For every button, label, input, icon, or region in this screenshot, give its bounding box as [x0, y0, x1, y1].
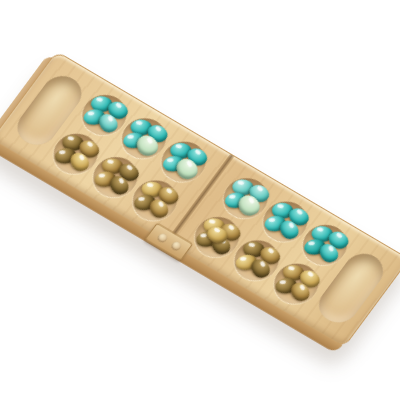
glint-highlight: [155, 126, 163, 133]
glint-highlight: [86, 141, 94, 148]
glint-highlight: [59, 150, 66, 154]
board-wrap: [0, 51, 400, 345]
glint-highlight: [127, 135, 134, 139]
hinge-pin-icon: [169, 240, 182, 252]
glint-highlight: [256, 185, 264, 192]
glint-highlight: [146, 137, 154, 145]
glint-highlight: [99, 174, 106, 178]
glint-highlight: [88, 112, 95, 116]
glint-highlight: [269, 218, 276, 222]
glint-highlight: [248, 197, 256, 205]
glint-highlight: [336, 232, 344, 239]
glint-highlight: [138, 197, 145, 201]
glint-highlight: [107, 159, 115, 164]
glint-highlight: [277, 204, 285, 209]
glint-highlight: [136, 121, 144, 126]
glint-highlight: [288, 222, 295, 229]
mancala-board: [0, 51, 400, 348]
glint-highlight: [96, 97, 104, 102]
glint-highlight: [118, 177, 125, 184]
glint-highlight: [166, 188, 174, 195]
glint-highlight: [280, 280, 287, 284]
glint-highlight: [299, 284, 306, 291]
glint-highlight: [186, 160, 194, 168]
glint-highlight: [308, 241, 315, 245]
glint-highlight: [213, 227, 221, 233]
glint-highlight: [146, 183, 154, 188]
glint-highlight: [167, 158, 174, 162]
product-photo-scene: [0, 0, 400, 400]
glint-highlight: [248, 243, 256, 248]
glint-highlight: [307, 271, 315, 278]
glint-highlight: [237, 180, 245, 185]
glint-highlight: [267, 248, 275, 255]
glint-highlight: [107, 115, 114, 122]
glint-highlight: [209, 219, 217, 224]
glint-highlight: [158, 201, 165, 208]
glint-highlight: [126, 164, 134, 171]
hinge-pin-icon: [155, 232, 168, 244]
glint-highlight: [240, 257, 247, 261]
glint-highlight: [194, 149, 202, 156]
glint-highlight: [78, 154, 85, 161]
glint-highlight: [296, 209, 304, 216]
glint-highlight: [228, 224, 236, 231]
glint-highlight: [229, 195, 236, 199]
glint-highlight: [288, 266, 296, 271]
glint-highlight: [328, 245, 335, 252]
hinge: [144, 223, 193, 261]
glint-highlight: [316, 227, 324, 232]
glint-highlight: [259, 261, 266, 268]
glint-highlight: [115, 102, 123, 109]
glint-highlight: [67, 136, 75, 141]
glint-highlight: [175, 144, 183, 149]
